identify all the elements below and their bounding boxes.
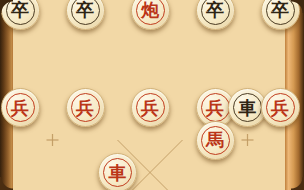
piece-character: 馬: [206, 131, 224, 149]
red-piece-兵[interactable]: 兵: [66, 88, 105, 127]
red-piece-兵[interactable]: 兵: [261, 88, 300, 127]
piece-character: 卒: [76, 1, 94, 19]
piece-character: 卒: [11, 1, 29, 19]
piece-character: 卒: [206, 1, 224, 19]
red-piece-兵[interactable]: 兵: [1, 88, 40, 127]
piece-character: 卒: [271, 1, 289, 19]
xiangqi-board: 卒卒炮卒卒兵兵兵兵車兵馬車: [4, 0, 297, 189]
piece-character: 兵: [141, 98, 159, 116]
black-piece-卒[interactable]: 卒: [1, 0, 40, 30]
black-piece-卒[interactable]: 卒: [261, 0, 300, 30]
red-piece-兵[interactable]: 兵: [131, 88, 170, 127]
xiangqi-thumbnail: 卒卒炮卒卒兵兵兵兵車兵馬車: [0, 0, 304, 190]
piece-character: 兵: [271, 98, 289, 116]
red-piece-車[interactable]: 車: [98, 153, 137, 190]
black-piece-卒[interactable]: 卒: [196, 0, 235, 30]
piece-character: 兵: [11, 98, 29, 116]
red-piece-馬[interactable]: 馬: [196, 121, 235, 160]
piece-character: 炮: [141, 1, 159, 19]
red-piece-炮[interactable]: 炮: [131, 0, 170, 30]
piece-character: 兵: [206, 98, 224, 116]
black-piece-卒[interactable]: 卒: [66, 0, 105, 30]
piece-character: 車: [239, 98, 257, 116]
piece-character: 車: [109, 163, 127, 181]
piece-character: 兵: [76, 98, 94, 116]
